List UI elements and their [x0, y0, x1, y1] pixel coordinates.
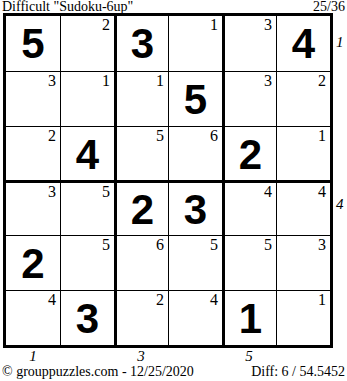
cell-r3c1[interactable]: 2	[6, 126, 60, 181]
cell-r3c6[interactable]: 1	[276, 126, 330, 181]
cell-r6c6[interactable]: 1	[276, 290, 330, 345]
col-label-bottom-3: 3	[137, 349, 145, 364]
cell-r6c4[interactable]: 4	[168, 290, 222, 345]
corner-digit: 1	[318, 127, 326, 144]
cell-r6c3[interactable]: 2	[114, 290, 168, 345]
cell-r4c4[interactable]: 3	[168, 180, 222, 235]
given-digit: 2	[131, 189, 154, 231]
given-digit: 3	[76, 298, 99, 340]
corner-digit: 1	[318, 291, 326, 308]
cell-r5c2[interactable]: 5	[60, 235, 114, 290]
corner-digit: 4	[48, 291, 56, 308]
cell-r4c3[interactable]: 2	[114, 180, 168, 235]
cell-r3c5[interactable]: 2	[222, 126, 276, 181]
cell-r3c3[interactable]: 5	[114, 126, 168, 181]
cell-r6c5[interactable]: 1	[222, 290, 276, 345]
cell-r2c5[interactable]: 3	[222, 71, 276, 126]
given-digit: 4	[76, 134, 99, 176]
cell-r5c6[interactable]: 3	[276, 235, 330, 290]
corner-digit: 5	[210, 236, 218, 253]
given-digit: 3	[131, 23, 154, 65]
cell-r4c1[interactable]: 3	[6, 180, 60, 235]
sudoku-board: 523134311532245621352344256553432411	[3, 13, 333, 348]
corner-digit: 1	[156, 72, 164, 89]
cell-r5c1[interactable]: 2	[6, 235, 60, 290]
corner-digit: 3	[264, 16, 272, 33]
cell-r5c4[interactable]: 5	[168, 235, 222, 290]
cell-r1c6[interactable]: 4	[276, 16, 330, 71]
cell-r1c1[interactable]: 5	[6, 16, 60, 71]
cell-r5c3[interactable]: 6	[114, 235, 168, 290]
col-label-bottom-5: 5	[245, 349, 253, 364]
cell-r1c5[interactable]: 3	[222, 16, 276, 71]
puzzle-counter: 25/36	[313, 0, 345, 14]
cell-r1c3[interactable]: 3	[114, 16, 168, 71]
corner-digit: 6	[156, 236, 164, 253]
cell-r2c1[interactable]: 3	[6, 71, 60, 126]
corner-digit: 4	[318, 183, 326, 200]
given-digit: 3	[184, 189, 207, 231]
corner-digit: 5	[156, 127, 164, 144]
cell-r4c2[interactable]: 5	[60, 180, 114, 235]
corner-digit: 2	[156, 291, 164, 308]
cell-r4c5[interactable]: 4	[222, 180, 276, 235]
corner-digit: 3	[48, 183, 56, 200]
corner-digit: 5	[264, 236, 272, 253]
puzzle-page: Difficult "Sudoku-6up" 25/36 52313431153…	[0, 0, 347, 381]
cell-r3c4[interactable]: 6	[168, 126, 222, 181]
cell-r2c4[interactable]: 5	[168, 71, 222, 126]
cell-r1c2[interactable]: 2	[60, 16, 114, 71]
cell-r6c1[interactable]: 4	[6, 290, 60, 345]
given-digit: 4	[292, 23, 315, 65]
corner-digit: 2	[102, 16, 110, 33]
cell-r4c6[interactable]: 4	[276, 180, 330, 235]
cell-r5c5[interactable]: 5	[222, 235, 276, 290]
given-digit: 1	[239, 298, 262, 340]
cell-r3c2[interactable]: 4	[60, 126, 114, 181]
corner-digit: 1	[210, 16, 218, 33]
corner-digit: 4	[210, 291, 218, 308]
col-label-bottom-1: 1	[29, 349, 37, 364]
cell-r2c2[interactable]: 1	[60, 71, 114, 126]
corner-digit: 5	[102, 183, 110, 200]
given-digit: 5	[21, 23, 44, 65]
corner-digit: 1	[102, 72, 110, 89]
puzzle-title: Difficult "Sudoku-6up"	[2, 0, 133, 14]
corner-digit: 2	[48, 127, 56, 144]
cell-r2c6[interactable]: 2	[276, 71, 330, 126]
cell-r1c4[interactable]: 1	[168, 16, 222, 71]
corner-digit: 4	[264, 183, 272, 200]
footer-copyright: © grouppuzzles.com - 12/25/2020	[2, 364, 194, 379]
corner-digit: 6	[210, 127, 218, 144]
cell-r6c2[interactable]: 3	[60, 290, 114, 345]
corner-digit: 5	[102, 236, 110, 253]
corner-digit: 2	[318, 72, 326, 89]
corner-digit: 3	[48, 72, 56, 89]
corner-digit: 3	[318, 236, 326, 253]
cell-r2c3[interactable]: 1	[114, 71, 168, 126]
row-label-right-1: 1	[336, 35, 344, 50]
given-digit: 2	[21, 243, 44, 285]
given-digit: 2	[239, 134, 262, 176]
given-digit: 5	[184, 79, 207, 121]
row-label-right-4: 4	[336, 197, 344, 212]
footer-difficulty: Diff: 6 / 54.5452	[251, 364, 345, 379]
corner-digit: 3	[264, 72, 272, 89]
